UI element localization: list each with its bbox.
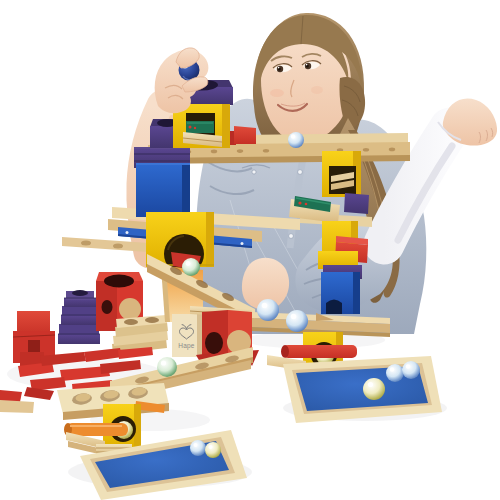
purple-ring-stack <box>58 290 100 344</box>
blush-left <box>270 89 284 97</box>
right-tray <box>283 356 442 423</box>
blush-right <box>311 86 323 94</box>
marble-on-lower-rail <box>157 357 177 377</box>
product-photo: Hape <box>0 0 500 500</box>
blue-column-right <box>321 272 360 314</box>
purple-slab <box>344 193 369 214</box>
marble-on-ramp <box>182 258 200 276</box>
marble-on-beam <box>288 132 304 148</box>
hape-logo-text: Hape <box>178 342 195 350</box>
raised-leg <box>384 99 497 244</box>
left-tower-lower <box>134 147 190 217</box>
melody-box <box>322 151 361 197</box>
hape-logo-block: Hape <box>172 314 203 357</box>
